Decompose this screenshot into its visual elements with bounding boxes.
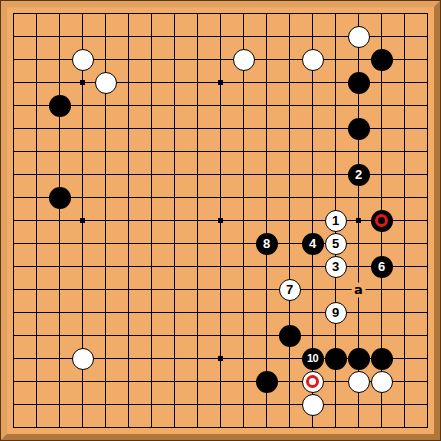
board-intersection: 6 bbox=[370, 255, 393, 278]
board-intersection bbox=[117, 94, 140, 117]
board-intersection bbox=[324, 370, 347, 393]
board-intersection bbox=[94, 140, 117, 163]
board-intersection bbox=[140, 48, 163, 71]
board-intersection bbox=[232, 163, 255, 186]
board-intersection bbox=[416, 393, 439, 416]
board-intersection bbox=[370, 163, 393, 186]
board-intersection bbox=[25, 255, 48, 278]
board-intersection bbox=[94, 48, 117, 71]
board-intersection bbox=[301, 255, 324, 278]
black-stone bbox=[49, 187, 71, 209]
white-stone bbox=[348, 26, 370, 48]
board-intersection bbox=[48, 232, 71, 255]
board-intersection bbox=[186, 2, 209, 25]
board-intersection bbox=[255, 370, 278, 393]
board-intersection bbox=[140, 209, 163, 232]
board-intersection bbox=[2, 140, 25, 163]
board-intersection bbox=[393, 117, 416, 140]
board-intersection bbox=[347, 71, 370, 94]
board-intersection bbox=[94, 117, 117, 140]
move-number: 5 bbox=[332, 237, 339, 250]
board-intersection bbox=[48, 416, 71, 439]
board-intersection bbox=[301, 25, 324, 48]
board-intersection bbox=[347, 255, 370, 278]
board-intersection bbox=[25, 324, 48, 347]
board-intersection bbox=[163, 232, 186, 255]
board-intersection bbox=[209, 416, 232, 439]
go-board: 21845367a910 bbox=[0, 0, 441, 441]
board-intersection bbox=[163, 209, 186, 232]
board-intersection bbox=[209, 71, 232, 94]
white-stone bbox=[72, 348, 94, 370]
board-intersection bbox=[209, 232, 232, 255]
move-number: 3 bbox=[332, 260, 339, 273]
board-intersection: 10 bbox=[301, 347, 324, 370]
board-intersection bbox=[94, 278, 117, 301]
board-intersection bbox=[416, 94, 439, 117]
board-intersection bbox=[301, 209, 324, 232]
board-intersection bbox=[416, 324, 439, 347]
board-intersection bbox=[25, 48, 48, 71]
board-intersection bbox=[25, 416, 48, 439]
board-intersection bbox=[209, 2, 232, 25]
board-intersection bbox=[186, 416, 209, 439]
board-intersection bbox=[370, 186, 393, 209]
move-number: 8 bbox=[263, 237, 270, 250]
board-intersection bbox=[48, 117, 71, 140]
black-stone-move-8: 8 bbox=[256, 233, 278, 255]
move-number: 1 bbox=[332, 214, 339, 227]
board-intersection bbox=[324, 94, 347, 117]
board-intersection bbox=[186, 163, 209, 186]
board-intersection bbox=[186, 117, 209, 140]
board-intersection bbox=[393, 347, 416, 370]
board-intersection bbox=[117, 117, 140, 140]
board-intersection bbox=[71, 94, 94, 117]
board-intersection bbox=[48, 278, 71, 301]
board-intersection bbox=[186, 209, 209, 232]
board-intersection bbox=[324, 186, 347, 209]
black-stone-move-6: 6 bbox=[371, 256, 393, 278]
board-intersection bbox=[163, 25, 186, 48]
board-intersection bbox=[232, 232, 255, 255]
board-intersection bbox=[48, 48, 71, 71]
point-label-a: a bbox=[351, 282, 366, 297]
board-intersection bbox=[25, 370, 48, 393]
board-intersection bbox=[278, 140, 301, 163]
black-stone bbox=[348, 118, 370, 140]
board-intersection bbox=[140, 117, 163, 140]
board-intersection bbox=[94, 94, 117, 117]
board-intersection bbox=[117, 347, 140, 370]
star-point bbox=[218, 218, 223, 223]
board-intersection bbox=[324, 347, 347, 370]
black-stone-marked bbox=[371, 210, 393, 232]
board-intersection bbox=[25, 2, 48, 25]
board-intersection bbox=[186, 301, 209, 324]
board-intersection bbox=[232, 71, 255, 94]
board-intersection: 9 bbox=[324, 301, 347, 324]
board-intersection bbox=[278, 117, 301, 140]
board-intersection bbox=[186, 278, 209, 301]
board-intersection bbox=[416, 209, 439, 232]
board-intersection bbox=[209, 94, 232, 117]
white-stone-move-9: 9 bbox=[325, 302, 347, 324]
board-intersection bbox=[71, 347, 94, 370]
board-intersection bbox=[347, 209, 370, 232]
board-intersection bbox=[324, 163, 347, 186]
board-intersection bbox=[94, 393, 117, 416]
board-intersection bbox=[278, 48, 301, 71]
board-intersection bbox=[370, 209, 393, 232]
white-stone-move-3: 3 bbox=[325, 256, 347, 278]
board-intersection bbox=[301, 163, 324, 186]
white-stone-marked bbox=[302, 371, 324, 393]
board-intersection bbox=[94, 232, 117, 255]
board-intersection bbox=[209, 255, 232, 278]
board-intersection bbox=[94, 416, 117, 439]
board-intersection bbox=[71, 140, 94, 163]
board-intersection bbox=[255, 117, 278, 140]
move-number: 7 bbox=[286, 283, 293, 296]
board-intersection bbox=[117, 2, 140, 25]
board-intersection bbox=[140, 347, 163, 370]
board-intersection bbox=[163, 94, 186, 117]
board-intersection bbox=[117, 370, 140, 393]
move-number: 9 bbox=[332, 306, 339, 319]
board-intersection bbox=[140, 278, 163, 301]
board-intersection bbox=[278, 416, 301, 439]
board-intersection bbox=[140, 370, 163, 393]
board-intersection bbox=[232, 117, 255, 140]
board-intersection bbox=[416, 48, 439, 71]
board-intersection bbox=[301, 117, 324, 140]
circle-mark bbox=[375, 214, 388, 227]
board-intersection bbox=[163, 370, 186, 393]
board-intersection bbox=[2, 370, 25, 393]
board-intersection: 1 bbox=[324, 209, 347, 232]
board-intersection bbox=[163, 71, 186, 94]
board-intersection bbox=[347, 232, 370, 255]
board-intersection bbox=[301, 94, 324, 117]
board-intersection bbox=[163, 2, 186, 25]
board-intersection bbox=[255, 324, 278, 347]
board-intersection bbox=[71, 393, 94, 416]
board-intersection bbox=[416, 140, 439, 163]
board-intersection bbox=[393, 163, 416, 186]
star-point bbox=[218, 356, 223, 361]
board-intersection bbox=[393, 186, 416, 209]
board-intersection bbox=[2, 186, 25, 209]
board-intersection bbox=[347, 48, 370, 71]
board-intersection bbox=[393, 25, 416, 48]
board-intersection bbox=[370, 370, 393, 393]
board-intersection bbox=[71, 186, 94, 209]
board-intersection: 5 bbox=[324, 232, 347, 255]
board-intersection bbox=[163, 255, 186, 278]
board-intersection bbox=[209, 370, 232, 393]
board-intersection bbox=[370, 347, 393, 370]
board-intersection bbox=[140, 301, 163, 324]
board-intersection bbox=[278, 255, 301, 278]
move-number: 4 bbox=[309, 237, 316, 250]
board-intersection bbox=[324, 416, 347, 439]
black-stone bbox=[371, 348, 393, 370]
board-intersection bbox=[232, 48, 255, 71]
board-intersection bbox=[232, 209, 255, 232]
board-intersection bbox=[209, 301, 232, 324]
star-point bbox=[80, 80, 85, 85]
board-intersection bbox=[393, 71, 416, 94]
board-intersection bbox=[232, 94, 255, 117]
board-intersection bbox=[278, 301, 301, 324]
board-intersection bbox=[278, 71, 301, 94]
board-intersection bbox=[393, 209, 416, 232]
board-intersection bbox=[117, 71, 140, 94]
board-intersection bbox=[324, 278, 347, 301]
board-intersection bbox=[117, 324, 140, 347]
board-intersection bbox=[393, 232, 416, 255]
board-intersection bbox=[2, 71, 25, 94]
board-intersection bbox=[232, 2, 255, 25]
move-number: 2 bbox=[355, 168, 362, 181]
board-intersection bbox=[232, 25, 255, 48]
board-intersection bbox=[140, 2, 163, 25]
board-intersection bbox=[140, 255, 163, 278]
black-stone bbox=[49, 95, 71, 117]
board-intersection bbox=[117, 140, 140, 163]
board-intersection bbox=[94, 255, 117, 278]
board-intersection bbox=[393, 94, 416, 117]
board-intersection bbox=[117, 48, 140, 71]
board-intersection bbox=[393, 48, 416, 71]
board-intersection: 4 bbox=[301, 232, 324, 255]
board-intersection bbox=[209, 393, 232, 416]
board-intersection bbox=[416, 117, 439, 140]
black-stone bbox=[348, 72, 370, 94]
board-intersection bbox=[25, 347, 48, 370]
board-intersection bbox=[416, 370, 439, 393]
board-intersection bbox=[278, 94, 301, 117]
board-intersection bbox=[255, 416, 278, 439]
board-intersection bbox=[48, 209, 71, 232]
board-intersection bbox=[2, 416, 25, 439]
board-intersection bbox=[186, 393, 209, 416]
board-intersection bbox=[255, 94, 278, 117]
board-intersection bbox=[232, 416, 255, 439]
board-intersection bbox=[25, 186, 48, 209]
board-intersection bbox=[140, 25, 163, 48]
board-intersection bbox=[71, 209, 94, 232]
board-intersection bbox=[186, 324, 209, 347]
board-intersection bbox=[278, 25, 301, 48]
board-intersection bbox=[278, 163, 301, 186]
board-intersection bbox=[25, 209, 48, 232]
board-intersection bbox=[301, 324, 324, 347]
board-intersection bbox=[209, 117, 232, 140]
board-intersection bbox=[25, 117, 48, 140]
board-intersection bbox=[163, 117, 186, 140]
board-intersection bbox=[163, 324, 186, 347]
circle-mark bbox=[306, 375, 319, 388]
board-intersection bbox=[347, 393, 370, 416]
board-intersection bbox=[324, 25, 347, 48]
star-point bbox=[218, 80, 223, 85]
board-intersection bbox=[301, 48, 324, 71]
white-stone-move-5: 5 bbox=[325, 233, 347, 255]
board-intersection bbox=[71, 255, 94, 278]
board-intersection bbox=[347, 140, 370, 163]
board-intersection bbox=[370, 25, 393, 48]
board-intersection bbox=[186, 71, 209, 94]
board-intersection bbox=[140, 186, 163, 209]
black-stone bbox=[325, 348, 347, 370]
board-intersection bbox=[278, 370, 301, 393]
board-intersection bbox=[71, 25, 94, 48]
board-intersection bbox=[370, 94, 393, 117]
board-intersection bbox=[117, 255, 140, 278]
board-intersection bbox=[278, 324, 301, 347]
board-intersection bbox=[255, 209, 278, 232]
board-intersection bbox=[324, 71, 347, 94]
board-intersection bbox=[370, 416, 393, 439]
board-intersection bbox=[186, 48, 209, 71]
board-intersection: 7 bbox=[278, 278, 301, 301]
board-intersection bbox=[347, 324, 370, 347]
board-intersection bbox=[347, 370, 370, 393]
board-intersection bbox=[163, 416, 186, 439]
board-intersection bbox=[2, 324, 25, 347]
board-intersection: 2 bbox=[347, 163, 370, 186]
board-intersection bbox=[94, 186, 117, 209]
board-intersection bbox=[186, 232, 209, 255]
board-intersection bbox=[186, 186, 209, 209]
board-intersection bbox=[140, 324, 163, 347]
white-stone bbox=[302, 394, 324, 416]
board-intersection bbox=[393, 370, 416, 393]
board-intersection bbox=[324, 2, 347, 25]
board-intersection: a bbox=[347, 278, 370, 301]
board-intersection bbox=[48, 347, 71, 370]
board-intersection bbox=[117, 278, 140, 301]
board-intersection bbox=[2, 209, 25, 232]
board-intersection bbox=[71, 117, 94, 140]
board-intersection bbox=[255, 163, 278, 186]
board-intersection bbox=[117, 393, 140, 416]
board-intersection bbox=[2, 255, 25, 278]
board-intersection bbox=[370, 140, 393, 163]
board-intersection bbox=[25, 71, 48, 94]
board-intersection bbox=[140, 393, 163, 416]
board-intersection bbox=[255, 301, 278, 324]
star-point bbox=[80, 218, 85, 223]
board-intersection bbox=[48, 301, 71, 324]
board-intersection bbox=[301, 370, 324, 393]
board-intersection bbox=[301, 393, 324, 416]
board-intersection bbox=[416, 25, 439, 48]
board-intersection bbox=[370, 324, 393, 347]
board-intersection bbox=[25, 94, 48, 117]
board-intersection bbox=[416, 71, 439, 94]
board-intersection bbox=[71, 370, 94, 393]
board-intersection bbox=[416, 232, 439, 255]
board-intersection bbox=[186, 140, 209, 163]
board-intersection bbox=[117, 301, 140, 324]
board-intersection bbox=[278, 232, 301, 255]
board-intersection bbox=[416, 301, 439, 324]
board-intersection: 3 bbox=[324, 255, 347, 278]
board-intersection bbox=[25, 393, 48, 416]
board-intersection bbox=[393, 278, 416, 301]
board-intersection bbox=[94, 347, 117, 370]
board-intersection bbox=[232, 255, 255, 278]
board-intersection bbox=[278, 393, 301, 416]
board-intersection bbox=[232, 301, 255, 324]
board-intersection bbox=[278, 347, 301, 370]
board-intersection bbox=[370, 301, 393, 324]
board-intersection bbox=[186, 347, 209, 370]
black-stone bbox=[348, 348, 370, 370]
board-intersection bbox=[163, 163, 186, 186]
board-intersection bbox=[255, 71, 278, 94]
board-intersection bbox=[232, 278, 255, 301]
board-intersection bbox=[278, 209, 301, 232]
board-intersection bbox=[255, 25, 278, 48]
board-intersection bbox=[2, 2, 25, 25]
board-intersection bbox=[301, 71, 324, 94]
board-intersection bbox=[71, 2, 94, 25]
white-stone bbox=[233, 49, 255, 71]
board-intersection bbox=[209, 163, 232, 186]
board-intersection bbox=[209, 209, 232, 232]
board-intersection bbox=[324, 48, 347, 71]
board-intersection bbox=[25, 301, 48, 324]
board-intersection bbox=[48, 163, 71, 186]
board-intersection bbox=[278, 186, 301, 209]
board-intersection bbox=[209, 48, 232, 71]
board-intersection bbox=[301, 140, 324, 163]
board-intersection bbox=[25, 163, 48, 186]
black-stone bbox=[371, 49, 393, 71]
board-intersection bbox=[255, 347, 278, 370]
board-intersection bbox=[347, 94, 370, 117]
board-intersection bbox=[416, 347, 439, 370]
board-intersection bbox=[117, 186, 140, 209]
board-intersection bbox=[117, 209, 140, 232]
move-number: 6 bbox=[378, 260, 385, 273]
board-intersection bbox=[94, 71, 117, 94]
board-intersection bbox=[25, 25, 48, 48]
board-intersection bbox=[2, 117, 25, 140]
board-intersection bbox=[94, 301, 117, 324]
board-intersection bbox=[117, 416, 140, 439]
white-stone bbox=[302, 49, 324, 71]
board-intersection bbox=[347, 25, 370, 48]
board-intersection bbox=[186, 255, 209, 278]
board-intersection bbox=[25, 140, 48, 163]
board-intersection bbox=[301, 416, 324, 439]
board-intersection bbox=[370, 48, 393, 71]
board-intersection bbox=[370, 232, 393, 255]
board-intersection bbox=[163, 278, 186, 301]
black-stone bbox=[256, 371, 278, 393]
board-intersection bbox=[278, 2, 301, 25]
board-intersection bbox=[370, 71, 393, 94]
board-intersection bbox=[393, 301, 416, 324]
board-intersection bbox=[94, 25, 117, 48]
board-intersection bbox=[416, 163, 439, 186]
board-intersection bbox=[25, 232, 48, 255]
